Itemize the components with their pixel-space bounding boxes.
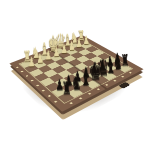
board-top: ♜♞♝♛♚♝♞♜♟♟♟♟♟♟♟♟♟♟♟♟♟♟♟♟♜♞♝♛♚♝♞♜ <box>9 35 143 112</box>
scene: ♜♞♝♛♚♝♞♜♟♟♟♟♟♟♟♟♟♟♟♟♟♟♟♟♜♞♝♛♚♝♞♜ <box>0 0 160 160</box>
piece-white-bishop: ♝ <box>63 32 69 49</box>
piece-black-rook: ♜ <box>120 53 127 69</box>
piece-white-bishop: ♝ <box>39 40 46 57</box>
piece-white-rook: ♜ <box>77 29 83 42</box>
piece-white-knight: ♞ <box>31 45 38 61</box>
chess-set-photo: ♜♞♝♛♚♝♞♜♟♟♟♟♟♟♟♟♟♟♟♟♟♟♟♟♜♞♝♛♚♝♞♜ <box>0 0 160 160</box>
piece-white-rook: ♜ <box>23 49 30 64</box>
chess-board: ♜♞♝♛♚♝♞♜♟♟♟♟♟♟♟♟♟♟♟♟♟♟♟♟♜♞♝♛♚♝♞♜ <box>9 35 143 112</box>
piece-white-queen: ♛ <box>55 32 62 52</box>
piece-white-knight: ♞ <box>70 31 76 46</box>
piece-black-pawn: ♟ <box>114 51 121 64</box>
